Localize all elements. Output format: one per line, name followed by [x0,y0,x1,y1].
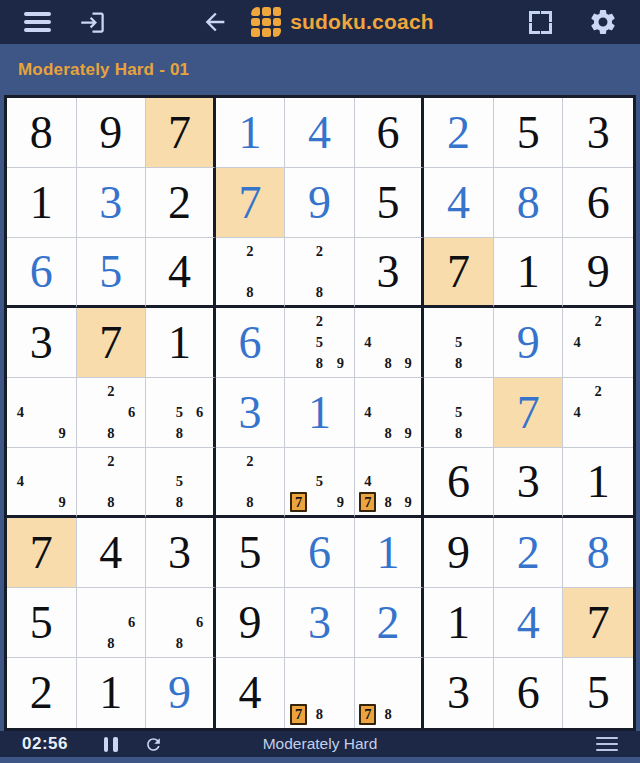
cell-r2c8[interactable]: 8 [494,168,564,238]
cell-r3c9[interactable]: 9 [563,238,633,308]
cell-r4c9[interactable]: 24 [563,308,633,378]
solved-digit: 7 [517,390,540,436]
candidate-grid: 268 [80,381,143,444]
cell-r9c5[interactable]: 78 [285,658,355,728]
candidate: 4 [573,405,580,420]
candidate: 9 [405,356,412,371]
given-digit: 4 [168,249,191,295]
cell-r8c8[interactable]: 4 [494,588,564,658]
cell-r9c6[interactable]: 78 [355,658,425,728]
candidate-highlighted: 7 [290,704,307,725]
cell-r6c1[interactable]: 49 [7,448,77,518]
cell-r2c5[interactable]: 9 [285,168,355,238]
given-digit: 1 [517,249,540,295]
cell-r6c8[interactable]: 3 [494,448,564,518]
cell-r4c1[interactable]: 3 [7,308,77,378]
given-digit: 3 [517,459,540,505]
cell-r1c3[interactable]: 7 [146,98,216,168]
candidate: 2 [595,314,602,329]
given-digit: 5 [238,530,261,576]
candidate: 9 [58,495,65,510]
candidate-grid: 2589 [288,311,351,374]
candidate: 9 [58,426,65,441]
given-digit: 9 [447,530,470,576]
given-digit: 7 [30,530,53,576]
given-digit: 9 [587,249,610,295]
cell-r1c4[interactable]: 1 [216,98,286,168]
cell-r1c1[interactable]: 8 [7,98,77,168]
given-digit: 1 [447,600,470,646]
gear-icon[interactable] [588,7,618,37]
sudoku-board: 8971462531327954866542828371937162589489… [4,95,636,731]
candidate: 8 [107,495,114,510]
cell-r9c2[interactable]: 1 [77,658,147,728]
cell-r3c8[interactable]: 1 [494,238,564,308]
cell-r8c1[interactable]: 5 [7,588,77,658]
solved-digit: 5 [99,249,122,295]
solved-digit: 1 [377,530,400,576]
solved-digit: 8 [587,530,610,576]
cell-r7c6[interactable]: 1 [355,518,425,588]
cell-r7c2[interactable]: 4 [77,518,147,588]
candidate: 2 [316,314,323,329]
candidate: 8 [384,495,391,510]
given-digit: 1 [168,320,191,366]
cell-r6c2[interactable]: 28 [77,448,147,518]
cell-r1c7[interactable]: 2 [424,98,494,168]
cell-r7c4[interactable]: 5 [216,518,286,588]
candidate-grid: 28 [288,241,351,302]
header-center-group: sudoku.coach [106,7,529,37]
cell-r6c3[interactable]: 58 [146,448,216,518]
candidate: 8 [384,707,391,722]
login-icon[interactable] [79,9,106,36]
cell-r6c5[interactable]: 579 [285,448,355,518]
cell-r2c9[interactable]: 6 [563,168,633,238]
solved-digit: 4 [447,180,470,226]
given-digit: 8 [30,110,53,156]
given-digit: 3 [447,670,470,716]
candidate-grid: 568 [149,381,210,444]
cell-r3c3[interactable]: 4 [146,238,216,308]
solved-digit: 1 [238,110,261,156]
given-digit: 1 [30,180,53,226]
candidate: 8 [176,426,183,441]
cell-r2c7[interactable]: 4 [424,168,494,238]
candidate: 9 [405,495,412,510]
given-digit: 6 [517,670,540,716]
candidate: 4 [364,474,371,489]
cell-r5c4[interactable]: 3 [216,378,286,448]
cell-r8c4[interactable]: 9 [216,588,286,658]
cell-r8c3[interactable]: 68 [146,588,216,658]
timer: 02:56 [22,734,68,754]
candidate-grid: 4789 [358,451,419,512]
candidate-grid: 58 [427,311,490,374]
given-digit: 9 [238,600,261,646]
cell-r1c6[interactable]: 6 [355,98,425,168]
restart-icon[interactable] [144,735,163,754]
app-header: sudoku.coach [0,0,640,44]
candidate-grid: 58 [149,451,210,512]
cell-r6c7[interactable]: 6 [424,448,494,518]
solved-digit: 2 [447,110,470,156]
candidate: 4 [573,335,580,350]
candidate-grid: 28 [219,451,282,512]
solved-digit: 3 [308,600,331,646]
cell-r6c4[interactable]: 28 [216,448,286,518]
cell-r5c2[interactable]: 268 [77,378,147,448]
candidate-grid: 68 [149,591,210,654]
cell-r6c6[interactable]: 4789 [355,448,425,518]
cell-r1c9[interactable]: 3 [563,98,633,168]
candidate-grid: 24 [566,311,630,374]
cell-r5c5[interactable]: 1 [285,378,355,448]
header-left-group [24,9,106,36]
candidate: 2 [107,384,114,399]
candidate: 2 [107,454,114,469]
given-digit: 4 [238,670,261,716]
candidate: 8 [316,707,323,722]
solved-digit: 3 [238,390,261,436]
solved-digit: 3 [99,180,122,226]
cell-r7c1[interactable]: 7 [7,518,77,588]
cell-r5c8[interactable]: 7 [494,378,564,448]
puzzle-title: Moderately Hard - 01 [18,60,189,80]
cell-r7c5[interactable]: 6 [285,518,355,588]
cell-r7c8[interactable]: 2 [494,518,564,588]
candidate: 4 [17,405,24,420]
cell-r3c2[interactable]: 5 [77,238,147,308]
given-digit: 2 [168,180,191,226]
candidate-grid: 49 [10,451,73,512]
cell-r2c3[interactable]: 2 [146,168,216,238]
candidate-grid: 49 [10,381,73,444]
given-digit: 6 [587,180,610,226]
candidate: 5 [316,474,323,489]
header-right-group [529,7,618,37]
candidate: 8 [107,426,114,441]
candidate: 2 [246,244,253,259]
candidate-grid: 78 [288,661,351,725]
given-digit: 7 [447,249,470,295]
candidate: 8 [316,356,323,371]
solved-digit: 2 [377,600,400,646]
cell-r9c7[interactable]: 3 [424,658,494,728]
candidate-highlighted: 7 [359,492,376,513]
given-digit: 5 [377,180,400,226]
candidate-grid: 58 [427,381,490,444]
candidate-grid: 78 [358,661,419,725]
candidate: 8 [455,356,462,371]
logo-icon[interactable] [251,7,281,37]
cell-r2c4[interactable]: 7 [216,168,286,238]
candidate: 9 [337,356,344,371]
cell-r9c1[interactable]: 2 [7,658,77,728]
title-bar: Moderately Hard - 01 [0,44,640,95]
given-digit: 3 [587,110,610,156]
candidate-grid: 489 [358,311,419,374]
cell-r4c8[interactable]: 9 [494,308,564,378]
cell-r3c5[interactable]: 28 [285,238,355,308]
given-digit: 5 [587,670,610,716]
cell-r5c1[interactable]: 49 [7,378,77,448]
solved-digit: 9 [308,180,331,226]
given-digit: 1 [99,670,122,716]
candidate: 6 [128,405,135,420]
solved-digit: 6 [308,530,331,576]
cell-r1c2[interactable]: 9 [77,98,147,168]
candidate: 5 [455,405,462,420]
candidate: 2 [246,454,253,469]
cell-r8c9[interactable]: 7 [563,588,633,658]
given-digit: 7 [168,110,191,156]
given-digit: 5 [517,110,540,156]
cell-r7c7[interactable]: 9 [424,518,494,588]
cell-r4c6[interactable]: 489 [355,308,425,378]
candidate: 9 [405,426,412,441]
given-digit: 6 [377,110,400,156]
cell-r8c5[interactable]: 3 [285,588,355,658]
menu-icon[interactable] [596,737,618,752]
candidate-grid: 28 [219,241,282,302]
candidate: 5 [176,405,183,420]
cell-r7c9[interactable]: 8 [563,518,633,588]
solved-digit: 6 [238,320,261,366]
solved-digit: 4 [308,110,331,156]
cell-r9c3[interactable]: 9 [146,658,216,728]
candidate-grid: 24 [566,381,630,444]
candidate: 8 [246,495,253,510]
candidate: 8 [107,636,114,651]
candidate: 6 [128,615,135,630]
candidate-grid: 68 [80,591,143,654]
candidate-grid: 28 [80,451,143,512]
cell-r8c2[interactable]: 68 [77,588,147,658]
candidate: 5 [176,474,183,489]
cell-r8c6[interactable]: 2 [355,588,425,658]
candidate: 8 [384,426,391,441]
candidate: 4 [364,335,371,350]
cell-r2c1[interactable]: 1 [7,168,77,238]
candidate: 8 [455,426,462,441]
given-digit: 7 [99,320,122,366]
cell-r5c6[interactable]: 489 [355,378,425,448]
cell-r5c9[interactable]: 24 [563,378,633,448]
brand-title[interactable]: sudoku.coach [290,10,434,34]
solved-digit: 4 [517,600,540,646]
candidate-highlighted: 7 [290,492,307,513]
candidate: 9 [337,495,344,510]
solved-digit: 9 [168,670,191,716]
cell-r9c8[interactable]: 6 [494,658,564,728]
cell-r5c7[interactable]: 58 [424,378,494,448]
cell-r9c4[interactable]: 4 [216,658,286,728]
cell-r4c4[interactable]: 6 [216,308,286,378]
solved-digit: 2 [517,530,540,576]
candidate: 5 [316,335,323,350]
candidate-highlighted: 7 [359,704,376,725]
cell-r4c3[interactable]: 1 [146,308,216,378]
candidate: 5 [455,335,462,350]
given-digit: 2 [30,670,53,716]
cell-r4c5[interactable]: 2589 [285,308,355,378]
cell-r3c7[interactable]: 7 [424,238,494,308]
cell-r6c9[interactable]: 1 [563,448,633,518]
given-digit: 3 [377,249,400,295]
candidate: 2 [595,384,602,399]
difficulty-label: Moderately Hard [0,735,640,753]
cell-r1c5[interactable]: 4 [285,98,355,168]
cell-r7c3[interactable]: 3 [146,518,216,588]
candidate: 8 [246,285,253,300]
cell-r8c7[interactable]: 1 [424,588,494,658]
cell-r1c8[interactable]: 5 [494,98,564,168]
candidate: 2 [316,244,323,259]
candidate-grid: 489 [358,381,419,444]
cell-r4c7[interactable]: 58 [424,308,494,378]
given-digit: 1 [587,459,610,505]
candidate: 4 [364,405,371,420]
candidate: 6 [196,405,203,420]
candidate: 8 [384,356,391,371]
cell-r3c4[interactable]: 28 [216,238,286,308]
candidate: 8 [176,636,183,651]
pause-icon[interactable] [104,737,118,752]
cell-r3c6[interactable]: 3 [355,238,425,308]
status-bar: Moderately Hard 02:56 [0,731,640,757]
cell-r2c6[interactable]: 5 [355,168,425,238]
given-digit: 3 [168,530,191,576]
back-arrow-icon[interactable] [201,8,229,36]
given-digit: 9 [99,110,122,156]
solved-digit: 7 [238,180,261,226]
solved-digit: 6 [30,249,53,295]
cell-r2c2[interactable]: 3 [77,168,147,238]
cell-r4c2[interactable]: 7 [77,308,147,378]
given-digit: 4 [99,530,122,576]
candidate-grid: 579 [288,451,351,512]
candidate: 8 [316,285,323,300]
given-digit: 5 [30,600,53,646]
solved-digit: 9 [517,320,540,366]
candidate: 6 [196,615,203,630]
candidate: 4 [17,474,24,489]
hamburger-icon[interactable] [24,12,51,32]
fullscreen-icon[interactable] [529,11,552,34]
cell-r5c3[interactable]: 568 [146,378,216,448]
candidate: 8 [176,495,183,510]
solved-digit: 8 [517,180,540,226]
cell-r3c1[interactable]: 6 [7,238,77,308]
given-digit: 3 [30,320,53,366]
given-digit: 7 [587,600,610,646]
cell-r9c9[interactable]: 5 [563,658,633,728]
solved-digit: 1 [308,390,331,436]
given-digit: 6 [447,459,470,505]
